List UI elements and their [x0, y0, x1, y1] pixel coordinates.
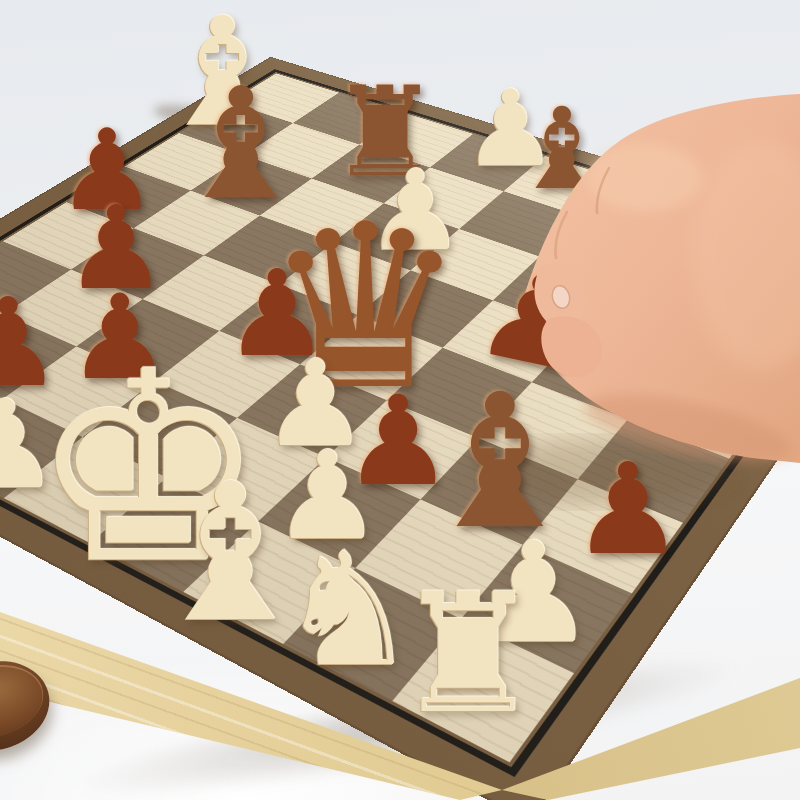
scene: ♝♝♜♟♝♟♟♟♛♟♟♟♟♟♟♟♝♟♟♚♝♟♞♜: [0, 0, 800, 800]
piece-white-rook-h1[interactable]: ♜: [394, 588, 542, 720]
bishop-glyph: ♝: [511, 104, 612, 194]
piece-dark-bishop-e8[interactable]: ♝: [511, 104, 612, 194]
pawn-glyph: ♟: [470, 262, 597, 380]
rook-glyph: ♜: [394, 588, 542, 720]
piece-dark-pawn-f5[interactable]: ♟: [470, 262, 597, 380]
